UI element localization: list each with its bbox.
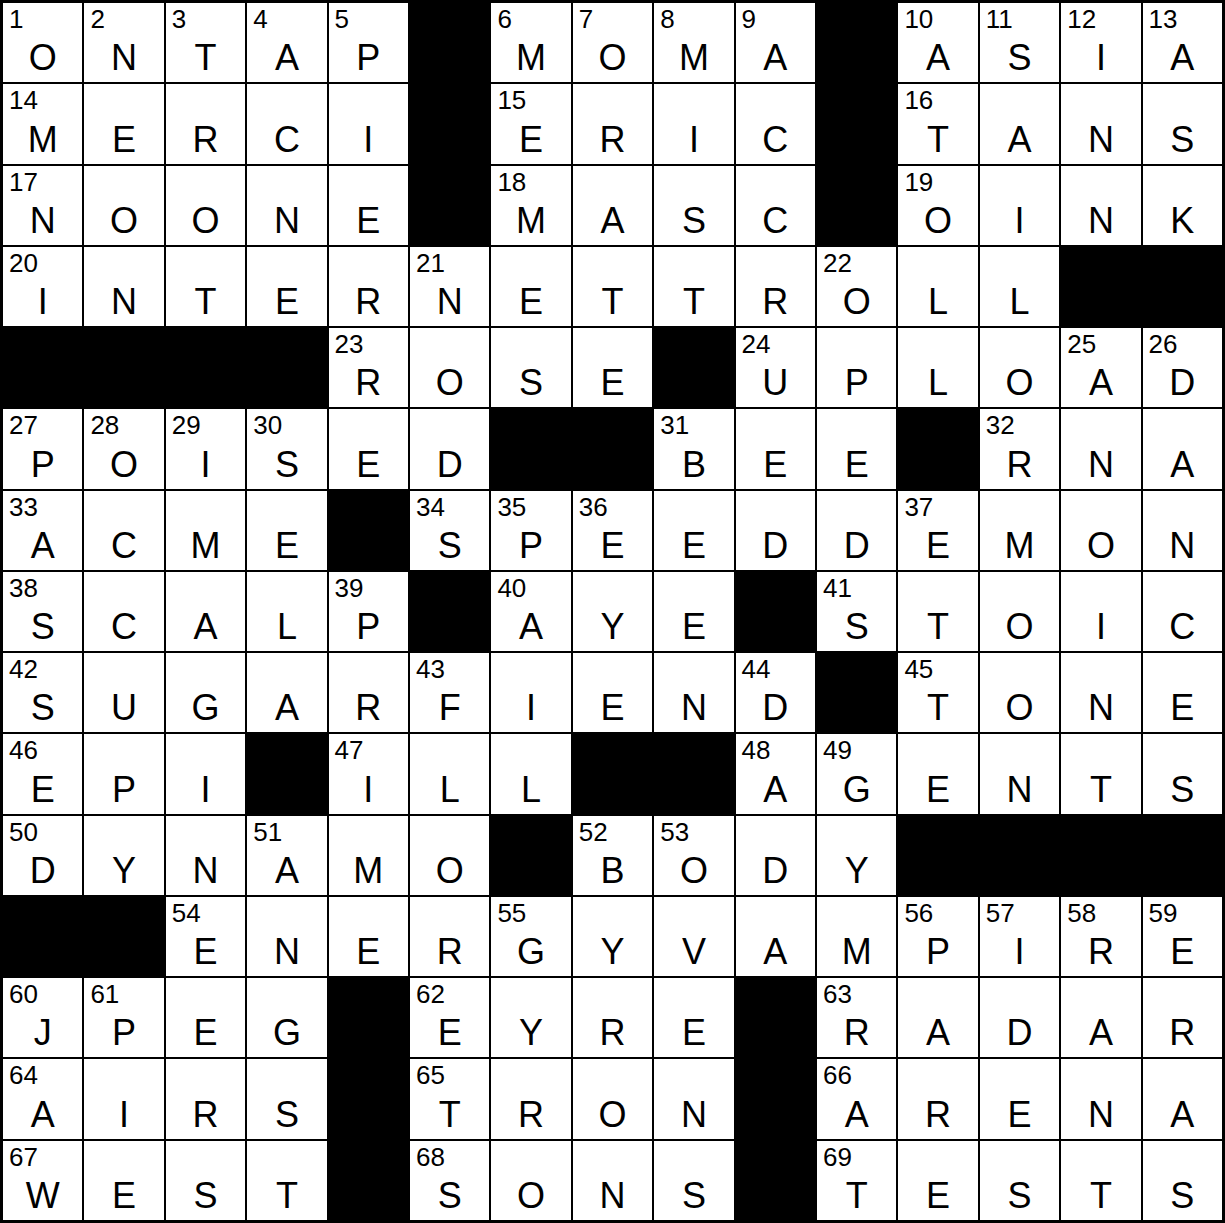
cell-r2c9[interactable]: I bbox=[654, 84, 733, 163]
cell-letter: G bbox=[166, 690, 245, 726]
cell-letter: A bbox=[247, 690, 326, 726]
cell-letter: Y bbox=[817, 853, 896, 889]
cell-r13c15[interactable]: R bbox=[1143, 978, 1222, 1057]
cell-r13c9[interactable]: E bbox=[654, 978, 733, 1057]
black-square bbox=[247, 734, 326, 813]
clue-number: 13 bbox=[1149, 6, 1178, 32]
cell-r13c4[interactable]: G bbox=[247, 978, 326, 1057]
cell-r8c8[interactable]: Y bbox=[573, 572, 652, 651]
cell-letter: P bbox=[84, 772, 163, 808]
cell-r2c4[interactable]: C bbox=[247, 84, 326, 163]
cell-r11c6[interactable]: O bbox=[410, 816, 489, 895]
cell-r13c6[interactable]: 62E bbox=[410, 978, 489, 1057]
cell-r7c12[interactable]: 37E bbox=[898, 491, 977, 570]
cell-r14c13[interactable]: E bbox=[980, 1059, 1059, 1138]
cell-r14c6[interactable]: 65T bbox=[410, 1059, 489, 1138]
cell-letter: E bbox=[491, 122, 570, 158]
cell-r5c13[interactable]: O bbox=[980, 328, 1059, 407]
cell-letter: E bbox=[329, 934, 408, 970]
cell-r7c7[interactable]: 35P bbox=[491, 491, 570, 570]
cell-r13c1[interactable]: 60J bbox=[3, 978, 82, 1057]
cell-letter: W bbox=[3, 1178, 82, 1214]
cell-r6c10[interactable]: E bbox=[736, 409, 815, 488]
cell-letter: S bbox=[3, 690, 82, 726]
clue-number: 47 bbox=[335, 737, 364, 763]
cell-r3c1[interactable]: 17N bbox=[3, 166, 82, 245]
cell-r14c1[interactable]: 64A bbox=[3, 1059, 82, 1138]
clue-number: 67 bbox=[9, 1144, 38, 1170]
cell-r12c10[interactable]: A bbox=[736, 897, 815, 976]
cell-r10c14[interactable]: T bbox=[1061, 734, 1140, 813]
cell-r4c9[interactable]: T bbox=[654, 247, 733, 326]
cell-r11c5[interactable]: M bbox=[329, 816, 408, 895]
clue-number: 33 bbox=[9, 494, 38, 520]
cell-letter: R bbox=[410, 934, 489, 970]
cell-letter: P bbox=[329, 40, 408, 76]
cell-r3c9[interactable]: S bbox=[654, 166, 733, 245]
cell-letter: S bbox=[654, 1178, 733, 1214]
cell-letter: A bbox=[1061, 1015, 1140, 1051]
cell-r4c3[interactable]: T bbox=[166, 247, 245, 326]
black-square bbox=[491, 409, 570, 488]
cell-r9c7[interactable]: I bbox=[491, 653, 570, 732]
cell-r4c1[interactable]: 20I bbox=[3, 247, 82, 326]
cell-letter: A bbox=[1143, 1097, 1222, 1133]
cell-r12c7[interactable]: 55G bbox=[491, 897, 570, 976]
cell-r6c3[interactable]: 29I bbox=[166, 409, 245, 488]
cell-letter: O bbox=[654, 853, 733, 889]
cell-r5c6[interactable]: O bbox=[410, 328, 489, 407]
black-square bbox=[736, 978, 815, 1057]
cell-letter: E bbox=[654, 609, 733, 645]
cell-r14c2[interactable]: I bbox=[84, 1059, 163, 1138]
cell-r7c4[interactable]: E bbox=[247, 491, 326, 570]
cell-r2c3[interactable]: R bbox=[166, 84, 245, 163]
cell-r12c15[interactable]: 59E bbox=[1143, 897, 1222, 976]
cell-r4c4[interactable]: E bbox=[247, 247, 326, 326]
cell-r8c11[interactable]: 41S bbox=[817, 572, 896, 651]
cell-r4c7[interactable]: E bbox=[491, 247, 570, 326]
cell-r12c14[interactable]: 58R bbox=[1061, 897, 1140, 976]
cell-letter: G bbox=[817, 772, 896, 808]
cell-r10c7[interactable]: L bbox=[491, 734, 570, 813]
cell-r3c14[interactable]: N bbox=[1061, 166, 1140, 245]
cell-r8c15[interactable]: C bbox=[1143, 572, 1222, 651]
cell-letter: F bbox=[410, 690, 489, 726]
cell-r5c12[interactable]: L bbox=[898, 328, 977, 407]
cell-r4c11[interactable]: 22O bbox=[817, 247, 896, 326]
cell-r12c12[interactable]: 56P bbox=[898, 897, 977, 976]
cell-r14c9[interactable]: N bbox=[654, 1059, 733, 1138]
cell-letter: E bbox=[1143, 690, 1222, 726]
cell-r3c8[interactable]: A bbox=[573, 166, 652, 245]
cell-r2c2[interactable]: E bbox=[84, 84, 163, 163]
cell-r15c8[interactable]: N bbox=[573, 1141, 652, 1220]
cell-r3c15[interactable]: K bbox=[1143, 166, 1222, 245]
cell-letter: A bbox=[736, 934, 815, 970]
cell-r8c7[interactable]: 40A bbox=[491, 572, 570, 651]
cell-r15c3[interactable]: S bbox=[166, 1141, 245, 1220]
black-square bbox=[84, 897, 163, 976]
cell-letter: A bbox=[736, 40, 815, 76]
cell-r7c3[interactable]: M bbox=[166, 491, 245, 570]
cell-letter: E bbox=[247, 528, 326, 564]
clue-number: 45 bbox=[904, 656, 933, 682]
cell-letter: G bbox=[491, 934, 570, 970]
cell-r13c13[interactable]: D bbox=[980, 978, 1059, 1057]
cell-letter: N bbox=[3, 203, 82, 239]
clue-number: 16 bbox=[904, 87, 933, 113]
cell-r8c1[interactable]: 38S bbox=[3, 572, 82, 651]
cell-r12c3[interactable]: 54E bbox=[166, 897, 245, 976]
cell-r2c10[interactable]: C bbox=[736, 84, 815, 163]
cell-r1c4[interactable]: 4A bbox=[247, 3, 326, 82]
cell-letter: T bbox=[166, 40, 245, 76]
cell-r14c14[interactable]: N bbox=[1061, 1059, 1140, 1138]
clue-number: 11 bbox=[986, 6, 1013, 32]
cell-r5c7[interactable]: S bbox=[491, 328, 570, 407]
cell-r9c1[interactable]: 42S bbox=[3, 653, 82, 732]
cell-r2c12[interactable]: 16T bbox=[898, 84, 977, 163]
cell-r1c12[interactable]: 10A bbox=[898, 3, 977, 82]
cell-r11c9[interactable]: 53O bbox=[654, 816, 733, 895]
cell-r2c8[interactable]: R bbox=[573, 84, 652, 163]
clue-number: 4 bbox=[253, 6, 267, 32]
cell-r1c7[interactable]: 6M bbox=[491, 3, 570, 82]
cell-letter: L bbox=[491, 772, 570, 808]
clue-number: 49 bbox=[823, 737, 852, 763]
cell-r5c15[interactable]: 26D bbox=[1143, 328, 1222, 407]
cell-r1c13[interactable]: 11S bbox=[980, 3, 1059, 82]
cell-r6c9[interactable]: 31B bbox=[654, 409, 733, 488]
cell-letter: N bbox=[1061, 447, 1140, 483]
cell-r10c5[interactable]: 47I bbox=[329, 734, 408, 813]
cell-r4c6[interactable]: 21N bbox=[410, 247, 489, 326]
cell-letter: E bbox=[980, 1097, 1059, 1133]
clue-number: 14 bbox=[9, 87, 38, 113]
cell-r12c9[interactable]: V bbox=[654, 897, 733, 976]
clue-number: 36 bbox=[579, 494, 608, 520]
cell-r1c9[interactable]: 8M bbox=[654, 3, 733, 82]
cell-letter: C bbox=[736, 203, 815, 239]
cell-r15c15[interactable]: S bbox=[1143, 1141, 1222, 1220]
cell-r6c2[interactable]: 28O bbox=[84, 409, 163, 488]
cell-r8c2[interactable]: C bbox=[84, 572, 163, 651]
cell-r9c12[interactable]: 45T bbox=[898, 653, 977, 732]
cell-r11c4[interactable]: 51A bbox=[247, 816, 326, 895]
clue-number: 37 bbox=[904, 494, 933, 520]
cell-r6c13[interactable]: 32R bbox=[980, 409, 1059, 488]
cell-r12c13[interactable]: 57I bbox=[980, 897, 1059, 976]
clue-number: 64 bbox=[9, 1062, 38, 1088]
cell-r9c8[interactable]: E bbox=[573, 653, 652, 732]
cell-r1c14[interactable]: 12I bbox=[1061, 3, 1140, 82]
clue-number: 25 bbox=[1067, 331, 1096, 357]
cell-r3c4[interactable]: N bbox=[247, 166, 326, 245]
cell-r11c11[interactable]: Y bbox=[817, 816, 896, 895]
cell-r7c13[interactable]: M bbox=[980, 491, 1059, 570]
cell-r15c7[interactable]: O bbox=[491, 1141, 570, 1220]
cell-r9c13[interactable]: O bbox=[980, 653, 1059, 732]
clue-number: 63 bbox=[823, 981, 852, 1007]
cell-letter: A bbox=[247, 40, 326, 76]
cell-r14c4[interactable]: S bbox=[247, 1059, 326, 1138]
cell-r12c6[interactable]: R bbox=[410, 897, 489, 976]
cell-r4c12[interactable]: L bbox=[898, 247, 977, 326]
cell-r4c8[interactable]: T bbox=[573, 247, 652, 326]
cell-r11c3[interactable]: N bbox=[166, 816, 245, 895]
cell-r4c2[interactable]: N bbox=[84, 247, 163, 326]
cell-letter: I bbox=[84, 1097, 163, 1133]
cell-letter: N bbox=[410, 284, 489, 320]
black-square bbox=[329, 978, 408, 1057]
cell-r10c1[interactable]: 46E bbox=[3, 734, 82, 813]
cell-r9c9[interactable]: N bbox=[654, 653, 733, 732]
cell-r8c3[interactable]: A bbox=[166, 572, 245, 651]
black-square bbox=[84, 328, 163, 407]
cell-letter: I bbox=[980, 203, 1059, 239]
cell-letter: G bbox=[247, 1015, 326, 1051]
cell-r15c13[interactable]: S bbox=[980, 1141, 1059, 1220]
cell-r9c3[interactable]: G bbox=[166, 653, 245, 732]
cell-letter: N bbox=[1061, 1097, 1140, 1133]
cell-letter: P bbox=[84, 1015, 163, 1051]
cell-letter: S bbox=[166, 1178, 245, 1214]
cell-r13c3[interactable]: E bbox=[166, 978, 245, 1057]
cell-r15c6[interactable]: 68S bbox=[410, 1141, 489, 1220]
cell-letter: N bbox=[84, 284, 163, 320]
cell-r12c4[interactable]: N bbox=[247, 897, 326, 976]
cell-r9c4[interactable]: A bbox=[247, 653, 326, 732]
cell-letter: E bbox=[410, 1015, 489, 1051]
cell-r10c13[interactable]: N bbox=[980, 734, 1059, 813]
black-square bbox=[817, 166, 896, 245]
cell-r9c6[interactable]: 43F bbox=[410, 653, 489, 732]
cell-letter: E bbox=[898, 772, 977, 808]
cell-letter: O bbox=[410, 365, 489, 401]
cell-letter: E bbox=[3, 772, 82, 808]
cell-r9c10[interactable]: 44D bbox=[736, 653, 815, 732]
cell-r7c10[interactable]: D bbox=[736, 491, 815, 570]
cell-letter: R bbox=[166, 1097, 245, 1133]
cell-r1c3[interactable]: 3T bbox=[166, 3, 245, 82]
cell-r14c8[interactable]: O bbox=[573, 1059, 652, 1138]
cell-r15c4[interactable]: T bbox=[247, 1141, 326, 1220]
cell-r15c12[interactable]: E bbox=[898, 1141, 977, 1220]
cell-r8c14[interactable]: I bbox=[1061, 572, 1140, 651]
cell-r12c5[interactable]: E bbox=[329, 897, 408, 976]
cell-r1c2[interactable]: 2N bbox=[84, 3, 163, 82]
cell-r1c5[interactable]: 5P bbox=[329, 3, 408, 82]
cell-r5c5[interactable]: 23R bbox=[329, 328, 408, 407]
cell-letter: O bbox=[3, 40, 82, 76]
cell-letter: I bbox=[3, 284, 82, 320]
clue-number: 7 bbox=[579, 6, 593, 32]
cell-r13c8[interactable]: R bbox=[573, 978, 652, 1057]
cell-r11c8[interactable]: 52B bbox=[573, 816, 652, 895]
cell-r2c13[interactable]: A bbox=[980, 84, 1059, 163]
cell-r6c15[interactable]: A bbox=[1143, 409, 1222, 488]
cell-r13c12[interactable]: A bbox=[898, 978, 977, 1057]
cell-r5c10[interactable]: 24U bbox=[736, 328, 815, 407]
cell-r7c14[interactable]: O bbox=[1061, 491, 1140, 570]
cell-r14c12[interactable]: R bbox=[898, 1059, 977, 1138]
cell-r4c13[interactable]: L bbox=[980, 247, 1059, 326]
cell-r10c15[interactable]: S bbox=[1143, 734, 1222, 813]
cell-r7c15[interactable]: N bbox=[1143, 491, 1222, 570]
cell-letter: S bbox=[247, 447, 326, 483]
cell-letter: A bbox=[980, 122, 1059, 158]
black-square bbox=[1143, 247, 1222, 326]
cell-r13c14[interactable]: A bbox=[1061, 978, 1140, 1057]
cell-r10c10[interactable]: 48A bbox=[736, 734, 815, 813]
cell-r7c11[interactable]: D bbox=[817, 491, 896, 570]
cell-letter: I bbox=[329, 772, 408, 808]
cell-r7c8[interactable]: 36E bbox=[573, 491, 652, 570]
cell-r7c6[interactable]: 34S bbox=[410, 491, 489, 570]
cell-r15c2[interactable]: E bbox=[84, 1141, 163, 1220]
cell-r1c8[interactable]: 7O bbox=[573, 3, 652, 82]
cell-r1c10[interactable]: 9A bbox=[736, 3, 815, 82]
cell-r5c11[interactable]: P bbox=[817, 328, 896, 407]
cell-r9c15[interactable]: E bbox=[1143, 653, 1222, 732]
cell-r6c5[interactable]: E bbox=[329, 409, 408, 488]
cell-letter: E bbox=[329, 447, 408, 483]
cell-r15c14[interactable]: T bbox=[1061, 1141, 1140, 1220]
cell-letter: O bbox=[573, 1097, 652, 1133]
cell-r9c2[interactable]: U bbox=[84, 653, 163, 732]
cell-letter: D bbox=[3, 853, 82, 889]
cell-letter: D bbox=[736, 528, 815, 564]
cell-letter: E bbox=[573, 365, 652, 401]
cell-r2c1[interactable]: 14M bbox=[3, 84, 82, 163]
cell-letter: E bbox=[573, 690, 652, 726]
cell-letter: P bbox=[491, 528, 570, 564]
cell-letter: R bbox=[817, 1015, 896, 1051]
cell-letter: I bbox=[329, 122, 408, 158]
cell-r14c15[interactable]: A bbox=[1143, 1059, 1222, 1138]
cell-letter: O bbox=[410, 853, 489, 889]
cell-letter: M bbox=[329, 853, 408, 889]
cell-r2c5[interactable]: I bbox=[329, 84, 408, 163]
black-square bbox=[817, 653, 896, 732]
cell-r9c5[interactable]: R bbox=[329, 653, 408, 732]
cell-letter: R bbox=[1143, 1015, 1222, 1051]
cell-r5c8[interactable]: E bbox=[573, 328, 652, 407]
cell-r4c10[interactable]: R bbox=[736, 247, 815, 326]
cell-letter: A bbox=[3, 528, 82, 564]
cell-r14c11[interactable]: 66A bbox=[817, 1059, 896, 1138]
cell-r6c11[interactable]: E bbox=[817, 409, 896, 488]
cell-r6c4[interactable]: 30S bbox=[247, 409, 326, 488]
cell-r7c9[interactable]: E bbox=[654, 491, 733, 570]
clue-number: 51 bbox=[253, 819, 282, 845]
cell-r8c13[interactable]: O bbox=[980, 572, 1059, 651]
cell-r10c2[interactable]: P bbox=[84, 734, 163, 813]
cell-r1c1[interactable]: 1O bbox=[3, 3, 82, 82]
cell-r8c9[interactable]: E bbox=[654, 572, 733, 651]
cell-r14c3[interactable]: R bbox=[166, 1059, 245, 1138]
cell-letter: T bbox=[247, 1178, 326, 1214]
cell-r10c12[interactable]: E bbox=[898, 734, 977, 813]
cell-letter: T bbox=[166, 284, 245, 320]
cell-r3c10[interactable]: C bbox=[736, 166, 815, 245]
cell-letter: N bbox=[654, 690, 733, 726]
cell-r11c2[interactable]: Y bbox=[84, 816, 163, 895]
cell-r6c6[interactable]: D bbox=[410, 409, 489, 488]
cell-letter: E bbox=[817, 447, 896, 483]
cell-r3c13[interactable]: I bbox=[980, 166, 1059, 245]
cell-letter: M bbox=[491, 40, 570, 76]
cell-r2c15[interactable]: S bbox=[1143, 84, 1222, 163]
clue-number: 20 bbox=[9, 250, 38, 276]
cell-letter: Y bbox=[84, 853, 163, 889]
cell-r11c10[interactable]: D bbox=[736, 816, 815, 895]
black-square bbox=[654, 328, 733, 407]
cell-r7c1[interactable]: 33A bbox=[3, 491, 82, 570]
clue-number: 59 bbox=[1149, 900, 1178, 926]
cell-r13c11[interactable]: 63R bbox=[817, 978, 896, 1057]
cell-r15c9[interactable]: S bbox=[654, 1141, 733, 1220]
cell-r6c1[interactable]: 27P bbox=[3, 409, 82, 488]
cell-r15c11[interactable]: 69T bbox=[817, 1141, 896, 1220]
black-square bbox=[573, 734, 652, 813]
cell-r3c5[interactable]: E bbox=[329, 166, 408, 245]
cell-r3c7[interactable]: 18M bbox=[491, 166, 570, 245]
cell-letter: O bbox=[980, 609, 1059, 645]
cell-r8c5[interactable]: 39P bbox=[329, 572, 408, 651]
clue-number: 5 bbox=[335, 6, 349, 32]
cell-r4c5[interactable]: R bbox=[329, 247, 408, 326]
cell-r3c12[interactable]: 19O bbox=[898, 166, 977, 245]
cell-r10c6[interactable]: L bbox=[410, 734, 489, 813]
cell-r2c14[interactable]: N bbox=[1061, 84, 1140, 163]
cell-r3c2[interactable]: O bbox=[84, 166, 163, 245]
cell-r7c2[interactable]: C bbox=[84, 491, 163, 570]
cell-r13c7[interactable]: Y bbox=[491, 978, 570, 1057]
cell-letter: T bbox=[1061, 772, 1140, 808]
clue-number: 18 bbox=[497, 169, 526, 195]
cell-letter: E bbox=[654, 1015, 733, 1051]
cell-r12c11[interactable]: M bbox=[817, 897, 896, 976]
cell-r3c3[interactable]: O bbox=[166, 166, 245, 245]
clue-number: 44 bbox=[742, 656, 771, 682]
cell-letter: R bbox=[1061, 934, 1140, 970]
cell-letter: Y bbox=[573, 609, 652, 645]
cell-letter: C bbox=[1143, 609, 1222, 645]
cell-r13c2[interactable]: 61P bbox=[84, 978, 163, 1057]
cell-r6c14[interactable]: N bbox=[1061, 409, 1140, 488]
cell-r8c4[interactable]: L bbox=[247, 572, 326, 651]
cell-r14c7[interactable]: R bbox=[491, 1059, 570, 1138]
black-square bbox=[736, 572, 815, 651]
cell-letter: P bbox=[817, 365, 896, 401]
black-square bbox=[736, 1059, 815, 1138]
cell-r10c3[interactable]: I bbox=[166, 734, 245, 813]
cell-r10c11[interactable]: 49G bbox=[817, 734, 896, 813]
cell-letter: J bbox=[3, 1015, 82, 1051]
cell-r8c12[interactable]: T bbox=[898, 572, 977, 651]
cell-r5c14[interactable]: 25A bbox=[1061, 328, 1140, 407]
cell-r15c1[interactable]: 67W bbox=[3, 1141, 82, 1220]
cell-r11c1[interactable]: 50D bbox=[3, 816, 82, 895]
cell-letter: S bbox=[980, 1178, 1059, 1214]
cell-r9c14[interactable]: N bbox=[1061, 653, 1140, 732]
cell-r2c7[interactable]: 15E bbox=[491, 84, 570, 163]
cell-r12c8[interactable]: Y bbox=[573, 897, 652, 976]
cell-r1c15[interactable]: 13A bbox=[1143, 3, 1222, 82]
clue-number: 61 bbox=[90, 981, 119, 1007]
